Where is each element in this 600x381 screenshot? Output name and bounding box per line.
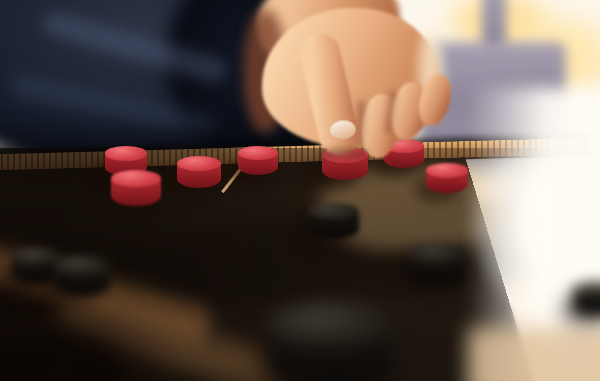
red-piece-e8[interactable]	[238, 146, 278, 175]
red-piece-f7[interactable]	[322, 147, 368, 180]
piece-cap	[322, 147, 368, 163]
black-piece-b3[interactable]	[54, 256, 110, 296]
red-piece-d7[interactable]	[177, 156, 221, 188]
red-piece-g8[interactable]	[384, 139, 424, 168]
piece-cap	[105, 146, 147, 161]
photo-scene	[0, 0, 600, 381]
depth-of-field-blur	[0, 298, 600, 381]
red-piece-c6[interactable]	[111, 170, 161, 206]
piece-cap	[238, 146, 278, 160]
piece-cap	[384, 139, 424, 153]
black-piece-f5[interactable]	[309, 203, 359, 239]
